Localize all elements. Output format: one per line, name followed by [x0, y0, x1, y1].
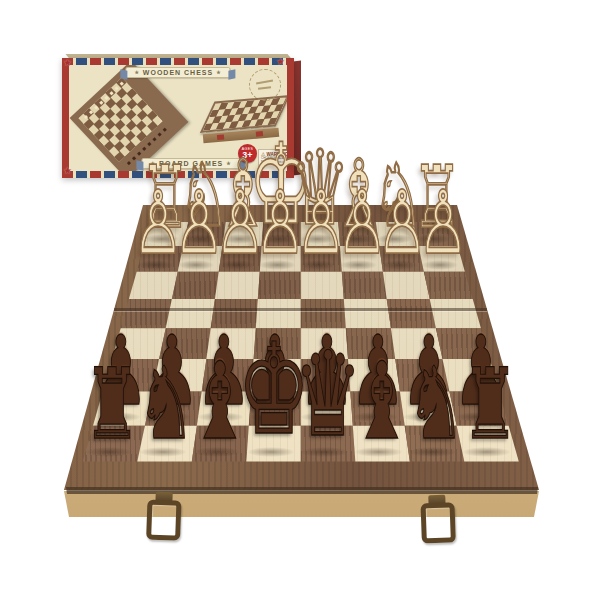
clasp-right [420, 494, 454, 539]
piece-black-knight-b8: ♞ [407, 354, 465, 454]
clasp-ring [421, 502, 456, 543]
clasp-ring [146, 499, 181, 540]
chess-board-scene: ♖♘♗♔♕♗♘♖♙♙♙♙♙♙♙♙♟♟♟♟♟♟♟♟♜♞♝♚♛♝♞♜ [0, 0, 600, 600]
piece-black-rook-h8: ♜ [84, 357, 140, 454]
piece-black-bishop-c8: ♝ [351, 348, 412, 454]
piece-black-rook-a8: ♜ [462, 357, 518, 454]
piece-black-knight-g8: ♞ [137, 354, 195, 454]
product-photo: ★ ★ ★ ★ WOODEN CHESS ★ AGES 3+ [0, 0, 600, 600]
piece-white-pawn-a2: ♙ [418, 179, 469, 267]
clasp-left [146, 491, 180, 536]
board-hinge-highlight [114, 311, 487, 312]
